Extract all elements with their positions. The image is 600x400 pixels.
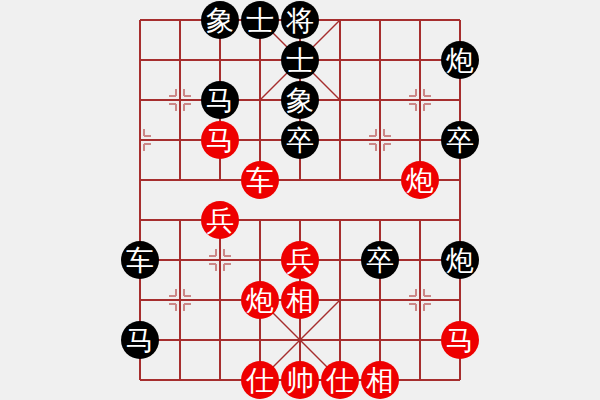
piece-black-advisor[interactable]: 士: [241, 1, 279, 39]
piece-black-pawn[interactable]: 卒: [441, 121, 479, 159]
xiangqi-board[interactable]: 象士将士炮马象马卒卒车炮兵车兵卒炮炮相马马仕帅仕相: [0, 0, 600, 400]
piece-black-horse[interactable]: 马: [121, 321, 159, 359]
piece-red-advisor[interactable]: 仕: [241, 361, 279, 399]
piece-black-general[interactable]: 将: [281, 1, 319, 39]
piece-red-cannon[interactable]: 炮: [401, 161, 439, 199]
piece-black-advisor[interactable]: 士: [281, 41, 319, 79]
pieces-layer: 象士将士炮马象马卒卒车炮兵车兵卒炮炮相马马仕帅仕相: [0, 0, 600, 400]
piece-black-elephant[interactable]: 象: [281, 81, 319, 119]
piece-red-advisor[interactable]: 仕: [321, 361, 359, 399]
piece-red-horse[interactable]: 马: [441, 321, 479, 359]
piece-red-pawn[interactable]: 兵: [281, 241, 319, 279]
piece-red-chariot[interactable]: 车: [241, 161, 279, 199]
piece-red-cannon[interactable]: 炮: [241, 281, 279, 319]
piece-black-cannon[interactable]: 炮: [441, 241, 479, 279]
piece-red-horse[interactable]: 马: [201, 121, 239, 159]
piece-red-pawn[interactable]: 兵: [201, 201, 239, 239]
piece-black-pawn[interactable]: 卒: [281, 121, 319, 159]
piece-red-elephant[interactable]: 相: [361, 361, 399, 399]
piece-black-elephant[interactable]: 象: [201, 1, 239, 39]
piece-black-horse[interactable]: 马: [201, 81, 239, 119]
piece-red-elephant[interactable]: 相: [281, 281, 319, 319]
piece-black-pawn[interactable]: 卒: [361, 241, 399, 279]
piece-red-general[interactable]: 帅: [281, 361, 319, 399]
piece-black-cannon[interactable]: 炮: [441, 41, 479, 79]
piece-black-chariot[interactable]: 车: [121, 241, 159, 279]
